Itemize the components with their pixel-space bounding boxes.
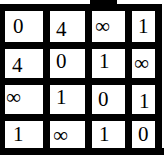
bottom-right-border-step bbox=[159, 148, 164, 155]
matrix-cell-r3c2: 1 bbox=[92, 121, 125, 148]
top-border-smudge bbox=[90, 0, 117, 5]
matrix-diagram: 0 4 ∞ 1 4 0 1 ∞ ∞ 1 0 1 1 ∞ 1 0 bbox=[0, 0, 165, 156]
matrix-cell-r3c1: ∞ bbox=[50, 121, 85, 148]
matrix-cell-r0c3: 1 bbox=[132, 11, 155, 42]
matrix-cell-r2c3: 1 bbox=[132, 85, 155, 114]
matrix-cell-r2c0: ∞ bbox=[5, 85, 43, 114]
matrix-cell-r0c2: ∞ bbox=[92, 11, 125, 42]
matrix-cell-r1c1: 0 bbox=[50, 49, 85, 78]
matrix-cell-r0c1: 4 bbox=[50, 11, 85, 42]
matrix-cell-r0c0: 0 bbox=[5, 11, 43, 42]
adjacency-matrix-grid: 0 4 ∞ 1 4 0 1 ∞ ∞ 1 0 1 1 ∞ 1 0 bbox=[0, 4, 162, 155]
matrix-cell-r3c3: 0 bbox=[132, 121, 155, 148]
matrix-cell-r1c2: 1 bbox=[92, 49, 125, 78]
matrix-cell-r3c0: 1 bbox=[5, 121, 43, 148]
matrix-cell-r2c1: 1 bbox=[50, 85, 85, 114]
matrix-cell-r2c2: 0 bbox=[92, 85, 125, 114]
matrix-cell-r1c3: ∞ bbox=[132, 49, 155, 78]
matrix-cell-r1c0: 4 bbox=[5, 49, 43, 78]
